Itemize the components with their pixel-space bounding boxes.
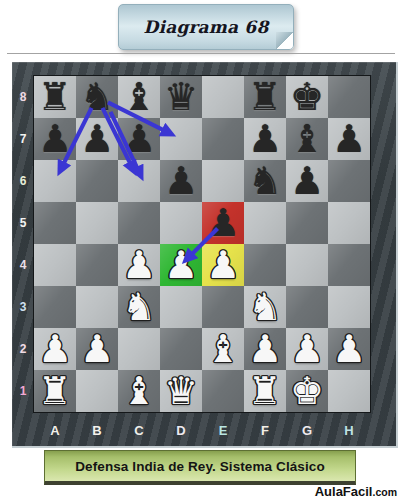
piece-black-pawn: ♟ bbox=[80, 118, 114, 160]
piece-white-pawn: ♟ bbox=[248, 328, 282, 370]
rank-label-2: 2 bbox=[12, 328, 34, 370]
rank-label-8: 8 bbox=[12, 76, 34, 118]
piece-white-rook: ♜ bbox=[248, 370, 282, 412]
square-g3 bbox=[286, 286, 328, 328]
file-label-b: B bbox=[76, 412, 118, 446]
square-e5: ♟ bbox=[202, 202, 244, 244]
square-a7: ♟ bbox=[34, 118, 76, 160]
brand-suffix: .com bbox=[372, 486, 397, 498]
piece-white-queen: ♛ bbox=[164, 370, 198, 412]
chess-board: ♜♞♝♛♜♚♟♟♟♟♝♟♟♞♟♟♟♟♟♞♞♟♟♝♟♟♟♜♝♛♜♚ bbox=[34, 76, 370, 412]
file-label-h: H bbox=[328, 412, 370, 446]
square-c8: ♝ bbox=[118, 76, 160, 118]
square-e6 bbox=[202, 160, 244, 202]
square-a6 bbox=[34, 160, 76, 202]
square-e2: ♝ bbox=[202, 328, 244, 370]
square-d4: ♟ bbox=[160, 244, 202, 286]
square-e7 bbox=[202, 118, 244, 160]
square-b6 bbox=[76, 160, 118, 202]
piece-white-pawn: ♟ bbox=[122, 244, 156, 286]
file-label-c: C bbox=[118, 412, 160, 446]
rank-label-7: 7 bbox=[12, 118, 34, 160]
square-h2: ♟ bbox=[328, 328, 370, 370]
file-label-e: E bbox=[202, 412, 244, 446]
square-b8: ♞ bbox=[76, 76, 118, 118]
square-b3 bbox=[76, 286, 118, 328]
piece-black-rook: ♜ bbox=[38, 76, 72, 118]
rank-labels: 87654321 bbox=[12, 76, 34, 412]
square-g5 bbox=[286, 202, 328, 244]
piece-black-bishop: ♝ bbox=[290, 118, 324, 160]
piece-black-pawn: ♟ bbox=[332, 118, 366, 160]
square-a2: ♟ bbox=[34, 328, 76, 370]
title-banner: Diagrama 68 bbox=[118, 4, 294, 50]
square-f4 bbox=[244, 244, 286, 286]
piece-black-knight: ♞ bbox=[80, 76, 114, 118]
diagram-title: Diagrama 68 bbox=[144, 17, 269, 37]
piece-black-pawn: ♟ bbox=[248, 118, 282, 160]
file-label-f: F bbox=[244, 412, 286, 446]
piece-black-knight: ♞ bbox=[248, 160, 282, 202]
piece-white-bishop: ♝ bbox=[206, 328, 240, 370]
square-h3 bbox=[328, 286, 370, 328]
caption-box: Defensa India de Rey. Sistema Clásico bbox=[44, 450, 356, 485]
file-label-d: D bbox=[160, 412, 202, 446]
square-c3: ♞ bbox=[118, 286, 160, 328]
square-a8: ♜ bbox=[34, 76, 76, 118]
square-e3 bbox=[202, 286, 244, 328]
square-d7 bbox=[160, 118, 202, 160]
piece-white-rook: ♜ bbox=[38, 370, 72, 412]
piece-black-king: ♚ bbox=[290, 76, 324, 118]
square-e4: ♟ bbox=[202, 244, 244, 286]
square-h4 bbox=[328, 244, 370, 286]
square-f1: ♜ bbox=[244, 370, 286, 412]
square-g1: ♚ bbox=[286, 370, 328, 412]
square-f6: ♞ bbox=[244, 160, 286, 202]
square-b1 bbox=[76, 370, 118, 412]
square-d5 bbox=[160, 202, 202, 244]
piece-black-queen: ♛ bbox=[164, 76, 198, 118]
rank-label-1: 1 bbox=[12, 370, 34, 412]
square-d6: ♟ bbox=[160, 160, 202, 202]
square-g2: ♟ bbox=[286, 328, 328, 370]
watermark: AulaFacil.com bbox=[315, 482, 397, 500]
piece-black-pawn: ♟ bbox=[122, 118, 156, 160]
piece-white-knight: ♞ bbox=[122, 286, 156, 328]
square-c2 bbox=[118, 328, 160, 370]
piece-black-rook: ♜ bbox=[248, 76, 282, 118]
square-a3 bbox=[34, 286, 76, 328]
square-d2 bbox=[160, 328, 202, 370]
square-e1 bbox=[202, 370, 244, 412]
square-h7: ♟ bbox=[328, 118, 370, 160]
file-labels: ABCDEFGH bbox=[34, 412, 370, 446]
square-h5 bbox=[328, 202, 370, 244]
rank-label-5: 5 bbox=[12, 202, 34, 244]
square-h1 bbox=[328, 370, 370, 412]
piece-black-pawn: ♟ bbox=[164, 160, 198, 202]
square-h6 bbox=[328, 160, 370, 202]
square-a4 bbox=[34, 244, 76, 286]
square-c6 bbox=[118, 160, 160, 202]
piece-white-bishop: ♝ bbox=[122, 370, 156, 412]
banner-fold-corner bbox=[276, 32, 293, 49]
piece-white-pawn: ♟ bbox=[80, 328, 114, 370]
piece-white-pawn: ♟ bbox=[206, 244, 240, 286]
chess-board-frame: 87654321 ♜♞♝♛♜♚♟♟♟♟♝♟♟♞♟♟♟♟♟♞♞♟♟♝♟♟♟♜♝♛♜… bbox=[12, 62, 398, 448]
piece-black-pawn: ♟ bbox=[290, 160, 324, 202]
piece-white-pawn: ♟ bbox=[164, 244, 198, 286]
square-c1: ♝ bbox=[118, 370, 160, 412]
rank-label-6: 6 bbox=[12, 160, 34, 202]
square-g6: ♟ bbox=[286, 160, 328, 202]
divider-line bbox=[7, 53, 395, 54]
piece-black-bishop: ♝ bbox=[122, 76, 156, 118]
square-b4 bbox=[76, 244, 118, 286]
square-c5 bbox=[118, 202, 160, 244]
file-label-g: G bbox=[286, 412, 328, 446]
piece-white-knight: ♞ bbox=[248, 286, 282, 328]
rank-label-4: 4 bbox=[12, 244, 34, 286]
piece-black-pawn: ♟ bbox=[38, 118, 72, 160]
square-g7: ♝ bbox=[286, 118, 328, 160]
square-f8: ♜ bbox=[244, 76, 286, 118]
square-h8 bbox=[328, 76, 370, 118]
caption-text: Defensa India de Rey. Sistema Clásico bbox=[75, 459, 325, 474]
square-d8: ♛ bbox=[160, 76, 202, 118]
square-d1: ♛ bbox=[160, 370, 202, 412]
square-f3: ♞ bbox=[244, 286, 286, 328]
rank-label-3: 3 bbox=[12, 286, 34, 328]
square-f5 bbox=[244, 202, 286, 244]
piece-white-pawn: ♟ bbox=[38, 328, 72, 370]
square-g4 bbox=[286, 244, 328, 286]
square-a5 bbox=[34, 202, 76, 244]
square-b5 bbox=[76, 202, 118, 244]
piece-black-pawn: ♟ bbox=[206, 202, 240, 244]
square-e8 bbox=[202, 76, 244, 118]
square-f2: ♟ bbox=[244, 328, 286, 370]
square-a1: ♜ bbox=[34, 370, 76, 412]
brand-name: AulaFacil bbox=[315, 484, 373, 499]
square-c4: ♟ bbox=[118, 244, 160, 286]
square-d3 bbox=[160, 286, 202, 328]
square-b7: ♟ bbox=[76, 118, 118, 160]
piece-white-king: ♚ bbox=[290, 370, 324, 412]
file-label-a: A bbox=[34, 412, 76, 446]
square-f7: ♟ bbox=[244, 118, 286, 160]
piece-white-pawn: ♟ bbox=[290, 328, 324, 370]
square-c7: ♟ bbox=[118, 118, 160, 160]
square-b2: ♟ bbox=[76, 328, 118, 370]
square-g8: ♚ bbox=[286, 76, 328, 118]
piece-white-pawn: ♟ bbox=[332, 328, 366, 370]
